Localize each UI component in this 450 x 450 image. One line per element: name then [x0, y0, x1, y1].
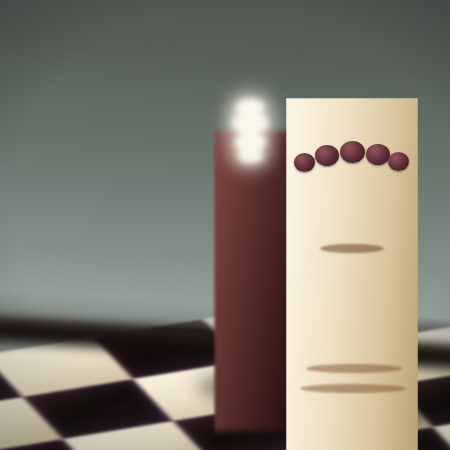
queen-collar-carving: [320, 244, 384, 253]
queen-base-carving: [300, 384, 406, 393]
king-finial-icon: [231, 98, 271, 164]
queen-coronet-ball: [340, 141, 365, 163]
queen-coronet-ball: [315, 145, 339, 166]
queen-base-carving: [306, 364, 402, 373]
finial-knob: [231, 112, 269, 134]
queen-coronet-ball: [294, 153, 315, 172]
chess-photo-scene: ♚ ♛: [0, 0, 450, 450]
queen-coronet-ball: [388, 152, 409, 171]
queen-coronet-ball: [366, 144, 390, 165]
finial-knob: [237, 148, 264, 164]
